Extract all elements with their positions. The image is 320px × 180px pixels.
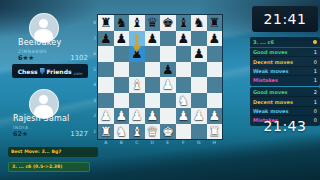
white-pawn-c2[interactable]: ♟ <box>129 108 145 124</box>
rank-label-4: 4 <box>88 77 96 93</box>
black-king-e8[interactable]: ♚ <box>160 15 176 31</box>
square-d2[interactable]: ♟ <box>145 108 161 124</box>
black-knight-b8[interactable]: ♞ <box>114 15 130 31</box>
black-bishop-c8[interactable]: ♝ <box>129 15 145 31</box>
rank-label-1: 1 <box>88 124 96 140</box>
square-d3[interactable] <box>145 93 161 109</box>
square-c5[interactable] <box>129 62 145 78</box>
white-pawn-a2[interactable]: ♟ <box>98 108 114 124</box>
stat-row-mistakes: Mistakes1 <box>250 76 320 84</box>
square-g4[interactable] <box>191 77 207 93</box>
stat-value: 1 <box>314 77 317 83</box>
square-b2[interactable]: ♟ <box>114 108 130 124</box>
square-c2[interactable]: ♟ <box>129 108 145 124</box>
stat-row-decent-moves: Decent moves0 <box>250 57 320 66</box>
black-knight-g8[interactable]: ♞ <box>191 15 207 31</box>
stat-label: Good moves <box>253 49 288 55</box>
square-e3[interactable] <box>160 93 176 109</box>
square-f3[interactable]: ♞ <box>176 93 192 109</box>
square-a1[interactable]: ♜ <box>98 124 114 140</box>
logo-text-friends: Friends <box>47 68 72 75</box>
square-g2[interactable]: ♟ <box>191 108 207 124</box>
file-label-c: C <box>129 139 145 147</box>
square-b8[interactable]: ♞ <box>114 15 130 31</box>
square-f2[interactable]: ♟ <box>176 108 192 124</box>
square-g5[interactable] <box>191 62 207 78</box>
square-g8[interactable]: ♞ <box>191 15 207 31</box>
square-h5[interactable] <box>207 62 223 78</box>
square-b5[interactable] <box>114 62 130 78</box>
white-rook-a1[interactable]: ♜ <box>98 124 114 140</box>
stat-label: Decent moves <box>253 59 293 65</box>
square-a7[interactable]: ♟ <box>98 31 114 47</box>
white-pawn-h2[interactable]: ♟ <box>207 108 223 124</box>
square-h3[interactable] <box>207 93 223 109</box>
square-h2[interactable]: ♟ <box>207 108 223 124</box>
white-bishop-c1[interactable]: ♝ <box>129 124 145 140</box>
square-c6[interactable]: ♟ <box>129 46 145 62</box>
stat-row-good-moves: Good moves2 <box>250 88 320 97</box>
file-label-g: G <box>191 139 207 147</box>
square-h4[interactable] <box>207 77 223 93</box>
white-queen-d1[interactable]: ♛ <box>145 124 161 140</box>
square-e1[interactable]: ♚ <box>160 124 176 140</box>
white-knight-b1[interactable]: ♞ <box>114 124 130 140</box>
rank-labels: 87654321 <box>88 15 96 139</box>
black-pawn-e5[interactable]: ♟ <box>160 62 176 78</box>
file-label-h: H <box>207 139 223 147</box>
square-a3[interactable] <box>98 93 114 109</box>
square-f4[interactable] <box>176 77 192 93</box>
bottom-player-clock: 21:43 <box>252 113 318 139</box>
square-c7[interactable] <box>129 31 145 47</box>
white-pawn-f2[interactable]: ♟ <box>176 108 192 124</box>
file-label-e: E <box>160 139 176 147</box>
square-d4[interactable] <box>145 77 161 93</box>
black-pawn-a7[interactable]: ♟ <box>98 31 114 47</box>
stat-row-good-moves: Good moves1 <box>250 48 320 57</box>
black-pawn-c6[interactable]: ♟ <box>129 46 145 62</box>
square-f5[interactable] <box>176 62 192 78</box>
black-rook-a8[interactable]: ♜ <box>98 15 114 31</box>
shield-icon <box>40 68 45 75</box>
black-bishop-f8[interactable]: ♝ <box>176 15 192 31</box>
square-e4[interactable]: ♟ <box>160 77 176 93</box>
square-f8[interactable]: ♝ <box>176 15 192 31</box>
square-g6[interactable]: ♟ <box>191 46 207 62</box>
top-player-stars: 6★★ <box>18 54 34 62</box>
current-move-label: 3. ... c6 <box>253 39 274 45</box>
rank-label-7: 7 <box>88 31 96 47</box>
logo-text-com: .com <box>73 71 83 76</box>
bottom-player-rating: 1327 <box>58 130 88 138</box>
top-player-rating: 1102 <box>58 54 88 62</box>
stat-value: 1 <box>314 99 317 105</box>
square-h1[interactable]: ♜ <box>207 124 223 140</box>
avatar-silhouette <box>39 19 48 28</box>
bottom-player-name: Rajesh Samal <box>13 114 70 123</box>
square-b3[interactable] <box>114 93 130 109</box>
stat-label: Decent moves <box>253 99 293 105</box>
black-pawn-g6[interactable]: ♟ <box>191 46 207 62</box>
square-c3[interactable] <box>129 93 145 109</box>
black-queen-d8[interactable]: ♛ <box>145 15 161 31</box>
square-b1[interactable]: ♞ <box>114 124 130 140</box>
stat-value: 2 <box>314 89 317 95</box>
square-e2[interactable] <box>160 108 176 124</box>
square-h7[interactable]: ♟ <box>207 31 223 47</box>
square-b4[interactable] <box>114 77 130 93</box>
square-b7[interactable]: ♟ <box>114 31 130 47</box>
current-move-header: 3. ... c6 <box>250 38 320 48</box>
top-player-clock: 21:41 <box>252 6 318 32</box>
square-e8[interactable]: ♚ <box>160 15 176 31</box>
square-e5[interactable]: ♟ <box>160 62 176 78</box>
avatar-silhouette <box>39 95 48 104</box>
square-d6[interactable] <box>145 46 161 62</box>
square-d8[interactable]: ♛ <box>145 15 161 31</box>
file-labels: ABCDEFGH <box>98 139 222 147</box>
square-f7[interactable]: ♟ <box>176 31 192 47</box>
white-pawn-e4[interactable]: ♟ <box>160 77 176 93</box>
stat-value: 0 <box>314 59 317 65</box>
best-move-hint: Best Move: 3... Bg7 <box>8 147 98 157</box>
black-pawn-f7[interactable]: ♟ <box>176 31 192 47</box>
black-rook-h8[interactable]: ♜ <box>207 15 223 31</box>
square-d7[interactable]: ♟ <box>145 31 161 47</box>
logo-text-chess: Chess <box>18 68 38 75</box>
square-f6[interactable] <box>176 46 192 62</box>
black-pawn-d7[interactable]: ♟ <box>145 31 161 47</box>
square-a4[interactable] <box>98 77 114 93</box>
square-b6[interactable] <box>114 46 130 62</box>
stat-label: Weak moves <box>253 68 288 74</box>
square-e7[interactable] <box>160 31 176 47</box>
square-h8[interactable]: ♜ <box>207 15 223 31</box>
move-quality-panel-top: 3. ... c6 Good moves1Decent moves0Weak m… <box>250 37 320 86</box>
rank-label-5: 5 <box>88 62 96 78</box>
white-pawn-g2[interactable]: ♟ <box>191 108 207 124</box>
stat-row-decent-moves: Decent moves1 <box>250 97 320 106</box>
move-marker-icon <box>313 40 317 44</box>
square-g7[interactable] <box>191 31 207 47</box>
square-c4[interactable]: ♝ <box>129 77 145 93</box>
square-g3[interactable] <box>191 93 207 109</box>
white-king-e1[interactable]: ♚ <box>160 124 176 140</box>
rank-label-8: 8 <box>88 15 96 31</box>
played-move-eval: 3. ... c6 (0.5->2.38) <box>8 162 90 172</box>
analysis-screen: Beeloukey ZIMBABWE 6★★ 1102 Chess Friend… <box>0 0 320 180</box>
top-player-name: Beeloukey <box>18 38 61 47</box>
bottom-player-stars: 62★ <box>13 130 28 138</box>
rank-label-3: 3 <box>88 93 96 109</box>
rank-label-6: 6 <box>88 46 96 62</box>
stat-label: Mistakes <box>253 77 278 83</box>
square-a2[interactable]: ♟ <box>98 108 114 124</box>
black-pawn-h7[interactable]: ♟ <box>207 31 223 47</box>
file-label-b: B <box>114 139 130 147</box>
square-a6[interactable] <box>98 46 114 62</box>
white-rook-h1[interactable]: ♜ <box>207 124 223 140</box>
white-knight-f3[interactable]: ♞ <box>176 93 192 109</box>
square-f1[interactable] <box>176 124 192 140</box>
rank-label-2: 2 <box>88 108 96 124</box>
square-g1[interactable] <box>191 124 207 140</box>
stat-label: Good moves <box>253 89 288 95</box>
file-label-d: D <box>145 139 161 147</box>
stat-value: 1 <box>314 49 317 55</box>
square-d1[interactable]: ♛ <box>145 124 161 140</box>
stat-value: 1 <box>314 68 317 74</box>
white-pawn-b2[interactable]: ♟ <box>114 108 130 124</box>
board: ♜♞♝♛♚♝♞♜♟♟♟♟♟♟♟♟♝♟♞♟♟♟♟♟♟♟♜♞♝♛♚♜ <box>98 15 222 139</box>
square-d5[interactable] <box>145 62 161 78</box>
stat-row-weak-moves: Weak moves1 <box>250 67 320 76</box>
square-a5[interactable] <box>98 62 114 78</box>
square-e6[interactable] <box>160 46 176 62</box>
file-label-a: A <box>98 139 114 147</box>
square-a8[interactable]: ♜ <box>98 15 114 31</box>
chessfriends-logo[interactable]: Chess Friends .com <box>12 64 88 78</box>
black-pawn-b7[interactable]: ♟ <box>114 31 130 47</box>
square-c8[interactable]: ♝ <box>129 15 145 31</box>
white-pawn-d2[interactable]: ♟ <box>145 108 161 124</box>
white-bishop-c4[interactable]: ♝ <box>129 77 145 93</box>
square-h6[interactable] <box>207 46 223 62</box>
square-c1[interactable]: ♝ <box>129 124 145 140</box>
stat-rows-top: Good moves1Decent moves0Weak moves1Mista… <box>250 48 320 85</box>
file-label-f: F <box>176 139 192 147</box>
